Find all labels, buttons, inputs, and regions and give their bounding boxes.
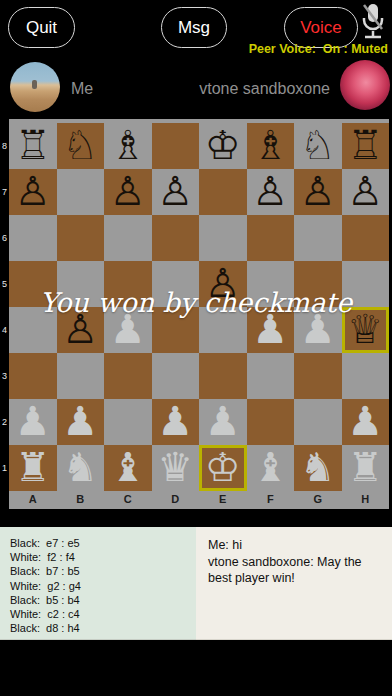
rank-label-7: 7 — [0, 169, 9, 215]
square-d3[interactable] — [152, 353, 200, 399]
black-pawn: ♙ — [294, 169, 342, 214]
file-label-e: E — [199, 491, 247, 509]
black-pawn: ♙ — [247, 169, 295, 214]
square-f3[interactable] — [247, 353, 295, 399]
square-c7[interactable]: ♙ — [104, 169, 152, 215]
square-b4[interactable]: ♙ — [57, 307, 105, 353]
square-a8[interactable]: ♖ — [9, 123, 57, 169]
square-h6[interactable] — [342, 215, 390, 261]
square-d6[interactable] — [152, 215, 200, 261]
white-pawn: ♟ — [152, 399, 200, 444]
square-h5[interactable] — [342, 261, 390, 307]
square-e3[interactable] — [199, 353, 247, 399]
square-f6[interactable] — [247, 215, 295, 261]
white-king: ♔ — [199, 445, 247, 490]
microphone-muted-icon[interactable] — [356, 2, 390, 44]
square-a4[interactable] — [9, 307, 57, 353]
rank-label-3: 3 — [0, 353, 9, 399]
my-name-label: Me — [71, 80, 93, 98]
square-g4[interactable]: ♟ — [294, 307, 342, 353]
black-queen: ♕ — [342, 307, 390, 352]
file-label-f: F — [247, 491, 295, 509]
peer-voice-status: Peer Voice: On : Muted — [249, 42, 388, 56]
move-list: Black: e7 : e5 White: f2 : f4 Black: b7 … — [0, 527, 196, 635]
square-g2[interactable] — [294, 399, 342, 445]
square-b2[interactable]: ♟ — [57, 399, 105, 445]
square-b1[interactable]: ♞ — [57, 445, 105, 491]
square-a2[interactable]: ♟ — [9, 399, 57, 445]
square-d1[interactable]: ♛ — [152, 445, 200, 491]
black-pawn: ♙ — [199, 261, 247, 306]
opponent-name-label: vtone sandboxone — [199, 80, 330, 98]
square-d4[interactable] — [152, 307, 200, 353]
white-pawn: ♟ — [247, 307, 295, 352]
file-label-g: G — [294, 491, 342, 509]
square-f2[interactable] — [247, 399, 295, 445]
rank-label-1: 1 — [0, 445, 9, 491]
square-h2[interactable]: ♟ — [342, 399, 390, 445]
black-knight: ♘ — [57, 123, 105, 168]
rank-label-6: 6 — [0, 215, 9, 261]
square-g8[interactable]: ♘ — [294, 123, 342, 169]
opponent-avatar — [340, 60, 390, 110]
white-rook: ♜ — [9, 445, 57, 490]
square-c8[interactable]: ♗ — [104, 123, 152, 169]
file-labels: ABCDEFGH — [9, 491, 389, 509]
square-a7[interactable]: ♙ — [9, 169, 57, 215]
square-b6[interactable] — [57, 215, 105, 261]
square-a3[interactable] — [9, 353, 57, 399]
file-label-c: C — [104, 491, 152, 509]
square-h8[interactable]: ♖ — [342, 123, 390, 169]
square-f7[interactable]: ♙ — [247, 169, 295, 215]
square-e8[interactable]: ♔ — [199, 123, 247, 169]
square-g6[interactable] — [294, 215, 342, 261]
square-c5[interactable] — [104, 261, 152, 307]
square-c4[interactable]: ♟ — [104, 307, 152, 353]
black-bishop: ♗ — [247, 123, 295, 168]
black-pawn: ♙ — [342, 169, 390, 214]
black-pawn: ♙ — [104, 169, 152, 214]
white-knight: ♞ — [57, 445, 105, 490]
black-pawn: ♙ — [9, 169, 57, 214]
square-c3[interactable] — [104, 353, 152, 399]
square-h4[interactable]: ♕ — [342, 307, 390, 353]
rank-label-2: 2 — [0, 399, 9, 445]
rank-label-8: 8 — [0, 123, 9, 169]
chat-log: Me: hi vtone sandboxone: May the best pl… — [196, 527, 392, 587]
square-e1[interactable]: ♔ — [199, 445, 247, 491]
white-queen: ♛ — [152, 445, 200, 490]
square-f8[interactable]: ♗ — [247, 123, 295, 169]
file-label-h: H — [342, 491, 390, 509]
square-d7[interactable]: ♙ — [152, 169, 200, 215]
chess-app-screen: Quit Msg Voice Peer Voice: On : Muted Me… — [0, 0, 392, 696]
square-h7[interactable]: ♙ — [342, 169, 390, 215]
file-label-b: B — [57, 491, 105, 509]
rank-label-5: 5 — [0, 261, 9, 307]
white-bishop: ♝ — [104, 445, 152, 490]
square-a6[interactable] — [9, 215, 57, 261]
square-h1[interactable]: ♜ — [342, 445, 390, 491]
white-bishop: ♝ — [247, 445, 295, 490]
square-b8[interactable]: ♘ — [57, 123, 105, 169]
square-c2[interactable] — [104, 399, 152, 445]
black-rook: ♖ — [9, 123, 57, 168]
white-pawn: ♟ — [342, 399, 390, 444]
black-rook: ♖ — [342, 123, 390, 168]
square-a5[interactable] — [9, 261, 57, 307]
black-knight: ♘ — [294, 123, 342, 168]
black-bishop: ♗ — [104, 123, 152, 168]
square-e7[interactable] — [199, 169, 247, 215]
square-g3[interactable] — [294, 353, 342, 399]
black-king: ♔ — [199, 123, 247, 168]
square-b3[interactable] — [57, 353, 105, 399]
square-a1[interactable]: ♜ — [9, 445, 57, 491]
square-d2[interactable]: ♟ — [152, 399, 200, 445]
square-f1[interactable]: ♝ — [247, 445, 295, 491]
white-knight: ♞ — [294, 445, 342, 490]
quit-button[interactable]: Quit — [8, 7, 75, 48]
msg-button[interactable]: Msg — [161, 7, 227, 48]
black-pawn: ♙ — [57, 307, 105, 352]
my-avatar — [10, 62, 60, 112]
file-label-d: D — [152, 491, 200, 509]
white-pawn: ♟ — [104, 307, 152, 352]
square-g1[interactable]: ♞ — [294, 445, 342, 491]
square-e6[interactable] — [199, 215, 247, 261]
white-pawn: ♟ — [294, 307, 342, 352]
white-rook: ♜ — [342, 445, 390, 490]
square-e2[interactable]: ♟ — [199, 399, 247, 445]
square-c6[interactable] — [104, 215, 152, 261]
square-c1[interactable]: ♝ — [104, 445, 152, 491]
square-d5[interactable] — [152, 261, 200, 307]
square-d8[interactable] — [152, 123, 200, 169]
square-g5[interactable] — [294, 261, 342, 307]
chat-panel: Me: hi vtone sandboxone: May the best pl… — [196, 527, 392, 640]
square-h3[interactable] — [342, 353, 390, 399]
square-g7[interactable]: ♙ — [294, 169, 342, 215]
square-b5[interactable] — [57, 261, 105, 307]
white-pawn: ♟ — [57, 399, 105, 444]
file-label-a: A — [9, 491, 57, 509]
square-f5[interactable] — [247, 261, 295, 307]
rank-label-4: 4 — [0, 307, 9, 353]
square-b7[interactable] — [57, 169, 105, 215]
black-pawn: ♙ — [152, 169, 200, 214]
chess-board: 8♖♘♗♔♗♘♖7♙♙♙♙♙♙65♙4♙♟♟♟♕32♟♟♟♟♟1♜♞♝♛♔♝♞♜… — [0, 119, 392, 509]
square-e5[interactable]: ♙ — [199, 261, 247, 307]
white-pawn: ♟ — [199, 399, 247, 444]
square-f4[interactable]: ♟ — [247, 307, 295, 353]
square-e4[interactable] — [199, 307, 247, 353]
white-pawn: ♟ — [9, 399, 57, 444]
move-list-panel: Black: e7 : e5 White: f2 : f4 Black: b7 … — [0, 527, 196, 640]
